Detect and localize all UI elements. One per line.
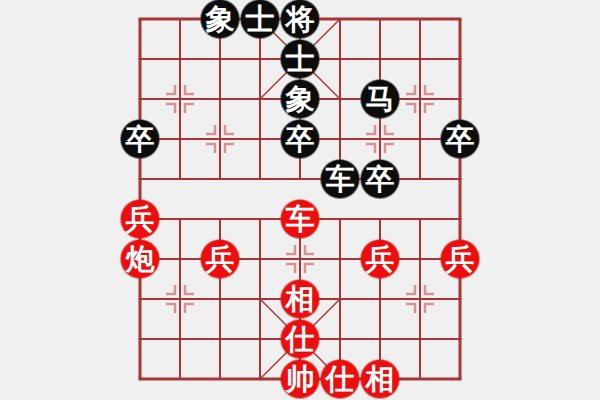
black-advisor[interactable]: 士 [281, 40, 319, 78]
red-cannon[interactable]: 炮 [121, 240, 159, 278]
red-advisor[interactable]: 仕 [281, 320, 319, 358]
black-pawn[interactable]: 卒 [361, 160, 399, 198]
red-pawn[interactable]: 兵 [361, 240, 399, 278]
red-pawn[interactable]: 兵 [121, 200, 159, 238]
black-pawn[interactable]: 卒 [441, 120, 479, 158]
red-elephant[interactable]: 相 [281, 280, 319, 318]
red-pawn[interactable]: 兵 [201, 240, 239, 278]
black-advisor[interactable]: 士 [241, 0, 279, 38]
black-king[interactable]: 将 [281, 0, 319, 38]
black-pawn[interactable]: 卒 [121, 120, 159, 158]
red-elephant[interactable]: 相 [361, 360, 399, 398]
black-chariot[interactable]: 车 [321, 160, 359, 198]
xiangqi-board-diagram: 象士将士象马卒卒卒车卒兵车炮兵兵兵相仕帅仕相 [0, 0, 600, 400]
black-elephant[interactable]: 象 [281, 80, 319, 118]
black-elephant[interactable]: 象 [201, 0, 239, 38]
red-pawn[interactable]: 兵 [441, 240, 479, 278]
black-horse[interactable]: 马 [361, 80, 399, 118]
red-chariot[interactable]: 车 [281, 200, 319, 238]
black-pawn[interactable]: 卒 [281, 120, 319, 158]
red-advisor[interactable]: 仕 [321, 360, 359, 398]
board-grid: 象士将士象马卒卒卒车卒兵车炮兵兵兵相仕帅仕相 [120, 0, 480, 399]
red-king[interactable]: 帅 [281, 360, 319, 398]
